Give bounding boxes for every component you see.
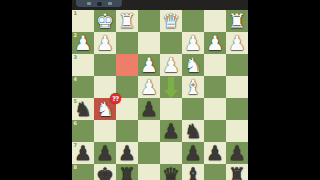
rank-label-3: 3 — [74, 55, 77, 60]
square-a2[interactable]: ♟ — [226, 32, 248, 54]
square-a8[interactable]: ♜ — [226, 164, 248, 180]
square-c2[interactable]: ♟ — [182, 32, 204, 54]
black-pawn-h7[interactable]: ♟ — [72, 142, 94, 164]
square-b1[interactable] — [204, 10, 226, 32]
black-king-g8[interactable]: ♚ — [94, 164, 116, 180]
square-f7[interactable]: ♟ — [116, 142, 138, 164]
black-pawn-e5[interactable]: ♟ — [138, 98, 160, 120]
square-f6[interactable] — [116, 120, 138, 142]
square-h5[interactable]: 5♞ — [72, 98, 94, 120]
square-c3[interactable]: ♞ — [182, 54, 204, 76]
square-b7[interactable]: ♟ — [204, 142, 226, 164]
square-g8[interactable]: ♚ — [94, 164, 116, 180]
rank-label-4: 4 — [74, 77, 77, 82]
black-pawn-c7[interactable]: ♟ — [182, 142, 204, 164]
rank-label-8: 8 — [74, 165, 77, 170]
square-h7[interactable]: 7♟ — [72, 142, 94, 164]
square-e3[interactable]: ♟ — [138, 54, 160, 76]
square-c8[interactable]: ♝ — [182, 164, 204, 180]
square-d6[interactable]: ♟ — [160, 120, 182, 142]
square-e8[interactable] — [138, 164, 160, 180]
screenshot-stage: 1♚♜♛♜2♟♟♟♟♟3♟♟♞4♟♝5♞♞♟6♟♞7♟♟♟♟♟♟8♚♜♛♝♜ ?… — [0, 0, 320, 180]
black-pawn-f7[interactable]: ♟ — [116, 142, 138, 164]
chess-board[interactable]: 1♚♜♛♜2♟♟♟♟♟3♟♟♞4♟♝5♞♞♟6♟♞7♟♟♟♟♟♟8♚♜♛♝♜ ?… — [72, 10, 248, 180]
square-f8[interactable]: ♜ — [116, 164, 138, 180]
square-f3[interactable] — [116, 54, 138, 76]
square-g6[interactable] — [94, 120, 116, 142]
white-pawn-e4[interactable]: ♟ — [138, 76, 160, 98]
square-h2[interactable]: 2♟ — [72, 32, 94, 54]
square-c6[interactable]: ♞ — [182, 120, 204, 142]
black-rook-a8[interactable]: ♜ — [226, 164, 248, 180]
black-queen-d8[interactable]: ♛ — [160, 164, 182, 180]
square-d1[interactable]: ♛ — [160, 10, 182, 32]
rank-label-6: 6 — [74, 121, 77, 126]
square-b5[interactable] — [204, 98, 226, 120]
square-b4[interactable] — [204, 76, 226, 98]
square-e2[interactable] — [138, 32, 160, 54]
square-e4[interactable]: ♟ — [138, 76, 160, 98]
white-pawn-g2[interactable]: ♟ — [94, 32, 116, 54]
white-pawn-c2[interactable]: ♟ — [182, 32, 204, 54]
white-pawn-e3[interactable]: ♟ — [138, 54, 160, 76]
square-c7[interactable]: ♟ — [182, 142, 204, 164]
blunder-badge-icon: ?? — [110, 93, 121, 104]
black-knight-c6[interactable]: ♞ — [182, 120, 204, 142]
rank-label-1: 1 — [74, 11, 77, 16]
toolbar-icon-left[interactable] — [87, 2, 91, 5]
black-bishop-c8[interactable]: ♝ — [182, 164, 204, 180]
square-g1[interactable]: ♚ — [94, 10, 116, 32]
square-a3[interactable] — [226, 54, 248, 76]
white-pawn-d3[interactable]: ♟ — [160, 54, 182, 76]
white-pawn-h2[interactable]: ♟ — [72, 32, 94, 54]
square-b2[interactable]: ♟ — [204, 32, 226, 54]
square-g7[interactable]: ♟ — [94, 142, 116, 164]
white-bishop-c4[interactable]: ♝ — [182, 76, 204, 98]
square-d8[interactable]: ♛ — [160, 164, 182, 180]
white-pawn-b2[interactable]: ♟ — [204, 32, 226, 54]
square-h8[interactable]: 8 — [72, 164, 94, 180]
white-king-g1[interactable]: ♚ — [94, 10, 116, 32]
square-d7[interactable] — [160, 142, 182, 164]
square-e1[interactable] — [138, 10, 160, 32]
square-f2[interactable] — [116, 32, 138, 54]
square-a1[interactable]: ♜ — [226, 10, 248, 32]
square-a5[interactable] — [226, 98, 248, 120]
square-a6[interactable] — [226, 120, 248, 142]
square-d5[interactable] — [160, 98, 182, 120]
white-rook-a1[interactable]: ♜ — [226, 10, 248, 32]
best-move-arrow-head-down-icon — [164, 90, 178, 98]
toolbar-icon-right[interactable] — [108, 2, 112, 5]
square-h4[interactable]: 4 — [72, 76, 94, 98]
square-e5[interactable]: ♟ — [138, 98, 160, 120]
square-c5[interactable] — [182, 98, 204, 120]
square-b6[interactable] — [204, 120, 226, 142]
square-c4[interactable]: ♝ — [182, 76, 204, 98]
square-d2[interactable] — [160, 32, 182, 54]
square-e7[interactable] — [138, 142, 160, 164]
square-g2[interactable]: ♟ — [94, 32, 116, 54]
black-rook-f8[interactable]: ♜ — [116, 164, 138, 180]
square-a7[interactable]: ♟ — [226, 142, 248, 164]
square-b8[interactable] — [204, 164, 226, 180]
square-e6[interactable] — [138, 120, 160, 142]
white-pawn-a2[interactable]: ♟ — [226, 32, 248, 54]
square-h3[interactable]: 3 — [72, 54, 94, 76]
square-d3[interactable]: ♟ — [160, 54, 182, 76]
square-c1[interactable] — [182, 10, 204, 32]
square-a4[interactable] — [226, 76, 248, 98]
toolbar-pill[interactable] — [76, 0, 122, 7]
white-queen-d1[interactable]: ♛ — [160, 10, 182, 32]
black-pawn-b7[interactable]: ♟ — [204, 142, 226, 164]
square-g3[interactable] — [94, 54, 116, 76]
black-pawn-d6[interactable]: ♟ — [160, 120, 182, 142]
black-pawn-a7[interactable]: ♟ — [226, 142, 248, 164]
square-b3[interactable] — [204, 54, 226, 76]
square-h1[interactable]: 1 — [72, 10, 94, 32]
white-knight-c3[interactable]: ♞ — [182, 54, 204, 76]
black-knight-h5[interactable]: ♞ — [72, 98, 94, 120]
white-rook-f1[interactable]: ♜ — [116, 10, 138, 32]
square-f1[interactable]: ♜ — [116, 10, 138, 32]
toolbar-icon-center[interactable] — [97, 2, 102, 6]
black-pawn-g7[interactable]: ♟ — [94, 142, 116, 164]
square-h6[interactable]: 6 — [72, 120, 94, 142]
best-move-arrow-shaft — [168, 77, 174, 91]
